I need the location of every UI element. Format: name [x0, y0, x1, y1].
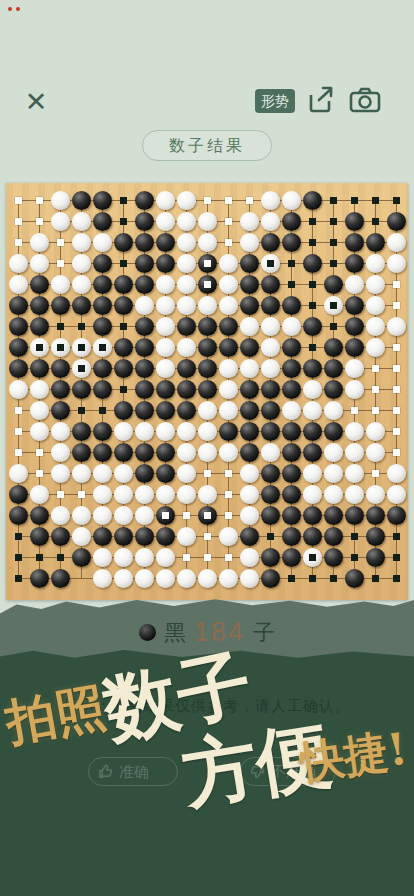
white-stone: [51, 464, 70, 483]
white-stone: [240, 506, 259, 525]
board-point: [239, 295, 260, 316]
board-point: [113, 337, 134, 358]
board-point: [29, 274, 50, 295]
white-stone: [177, 254, 196, 273]
board-point: [365, 547, 386, 568]
white-stone: [198, 296, 217, 315]
black-stone: [93, 380, 112, 399]
white-territory-marker: [372, 365, 379, 372]
board-point: [302, 547, 323, 568]
board-point: [323, 484, 344, 505]
feedback-accurate-label: 准确: [119, 763, 149, 780]
board-point: [8, 358, 29, 379]
white-stone: [240, 317, 259, 336]
board-point: [176, 526, 197, 547]
black-stone: [282, 548, 301, 567]
black-stone: [198, 359, 217, 378]
board-point: [176, 442, 197, 463]
white-stone: [156, 338, 175, 357]
board-point: [8, 316, 29, 337]
black-territory-marker: [267, 260, 274, 267]
board-point: [365, 295, 386, 316]
white-stone: [135, 569, 154, 588]
board-point: [29, 337, 50, 358]
board-point: [365, 505, 386, 526]
white-stone: [366, 422, 385, 441]
board-point: [281, 547, 302, 568]
white-stone: [177, 527, 196, 546]
white-stone: [198, 233, 217, 252]
board-point: [344, 463, 365, 484]
black-stone: [282, 506, 301, 525]
white-stone: [219, 254, 238, 273]
black-stone: [345, 506, 364, 525]
board-point: [386, 547, 407, 568]
black-stone: [240, 296, 259, 315]
white-stone: [366, 338, 385, 357]
black-stone: [324, 380, 343, 399]
board-point: [50, 442, 71, 463]
black-stone: [30, 275, 49, 294]
board-point: [113, 274, 134, 295]
black-stone: [114, 275, 133, 294]
board-point: [386, 379, 407, 400]
white-stone: [30, 233, 49, 252]
white-territory-marker: [162, 512, 169, 519]
black-stone: [51, 569, 70, 588]
board-point: [302, 421, 323, 442]
white-stone: [156, 296, 175, 315]
black-stone: [72, 422, 91, 441]
white-stone: [135, 548, 154, 567]
board-point: [365, 274, 386, 295]
board-point: [386, 463, 407, 484]
white-stone: [93, 569, 112, 588]
board-point: [218, 505, 239, 526]
black-territory-marker: [393, 197, 400, 204]
board-point: [92, 232, 113, 253]
board-point: [134, 442, 155, 463]
board-point: [29, 484, 50, 505]
white-territory-marker: [36, 218, 43, 225]
board-point: [176, 421, 197, 442]
board-point: [176, 190, 197, 211]
board-point: [197, 274, 218, 295]
black-territory-marker: [99, 344, 106, 351]
board-point: [29, 379, 50, 400]
black-stone: [219, 338, 238, 357]
board-point: [302, 568, 323, 589]
board-point: [155, 295, 176, 316]
white-stone: [387, 233, 406, 252]
recording-indicator-dots: [8, 7, 20, 11]
black-territory-marker: [267, 533, 274, 540]
board-point: [302, 190, 323, 211]
white-stone: [240, 548, 259, 567]
board-point: [323, 232, 344, 253]
white-stone: [198, 212, 217, 231]
black-stone: [345, 338, 364, 357]
black-stone: [93, 191, 112, 210]
black-stone: [282, 296, 301, 315]
white-stone: [177, 212, 196, 231]
white-stone: [198, 485, 217, 504]
white-territory-marker: [15, 239, 22, 246]
white-territory-marker: [393, 386, 400, 393]
board-point: [92, 379, 113, 400]
board-point: [29, 211, 50, 232]
board-point: [176, 463, 197, 484]
white-stone: [177, 464, 196, 483]
board-point: [92, 526, 113, 547]
board-point: [134, 295, 155, 316]
white-stone: [219, 443, 238, 462]
white-territory-marker: [204, 554, 211, 561]
board-point: [281, 316, 302, 337]
white-territory-marker: [36, 197, 43, 204]
board-point: [155, 232, 176, 253]
white-stone: [219, 569, 238, 588]
white-stone: [366, 254, 385, 273]
black-stone: [93, 317, 112, 336]
black-stone: [135, 401, 154, 420]
black-stone: [324, 359, 343, 378]
board-point: [344, 358, 365, 379]
board-point: [281, 400, 302, 421]
result-unit-label: 子: [253, 620, 275, 645]
board-point: [386, 400, 407, 421]
board-point: [239, 379, 260, 400]
board-point: [239, 526, 260, 547]
white-stone: [345, 464, 364, 483]
board-point: [8, 232, 29, 253]
board-point: [134, 463, 155, 484]
board-point: [113, 232, 134, 253]
white-territory-marker: [78, 491, 85, 498]
board-point: [8, 190, 29, 211]
white-stone: [177, 338, 196, 357]
white-stone: [324, 401, 343, 420]
black-stone: [282, 443, 301, 462]
board-point: [239, 232, 260, 253]
white-territory-marker: [225, 491, 232, 498]
board-point: [176, 547, 197, 568]
camera-icon[interactable]: [349, 85, 381, 117]
white-stone: [9, 380, 28, 399]
board-point: [8, 400, 29, 421]
black-stone: [261, 296, 280, 315]
black-stone: [72, 380, 91, 399]
white-stone: [51, 212, 70, 231]
board-point: [197, 190, 218, 211]
board-point: [239, 442, 260, 463]
black-stone: [261, 380, 280, 399]
board-point: [260, 316, 281, 337]
black-territory-marker: [330, 575, 337, 582]
count-result-tab[interactable]: 数子结果: [142, 130, 272, 161]
board-point: [323, 379, 344, 400]
board-point: [344, 400, 365, 421]
white-territory-marker: [225, 218, 232, 225]
white-stone: [156, 212, 175, 231]
black-stone: [156, 401, 175, 420]
white-stone: [156, 422, 175, 441]
board-point: [113, 358, 134, 379]
board-point: [386, 526, 407, 547]
black-stone-icon: [139, 624, 156, 641]
board-point: [134, 547, 155, 568]
black-stone: [261, 506, 280, 525]
black-territory-marker: [309, 218, 316, 225]
white-stone: [72, 233, 91, 252]
board-point: [50, 547, 71, 568]
board-point: [323, 400, 344, 421]
white-stone: [240, 485, 259, 504]
board-point: [197, 232, 218, 253]
board-point: [50, 379, 71, 400]
board-point: [92, 274, 113, 295]
white-stone: [30, 380, 49, 399]
white-stone: [72, 212, 91, 231]
board-point: [155, 358, 176, 379]
white-stone: [30, 254, 49, 273]
board-point: [344, 526, 365, 547]
black-stone: [345, 296, 364, 315]
board-point: [281, 253, 302, 274]
black-stone: [135, 254, 154, 273]
black-stone: [135, 191, 154, 210]
black-territory-marker: [393, 554, 400, 561]
board-point: [323, 421, 344, 442]
board-point: [197, 463, 218, 484]
white-stone: [177, 275, 196, 294]
white-territory-marker: [393, 302, 400, 309]
board-point: [197, 400, 218, 421]
white-stone: [156, 548, 175, 567]
white-stone: [345, 443, 364, 462]
black-stone: [303, 191, 322, 210]
black-stone: [240, 443, 259, 462]
board-point: [260, 253, 281, 274]
board-point: [302, 295, 323, 316]
board-point: [218, 526, 239, 547]
black-stone: [72, 296, 91, 315]
board-point: [260, 379, 281, 400]
board-point: [323, 211, 344, 232]
white-stone: [219, 380, 238, 399]
white-stone: [114, 422, 133, 441]
board-point: [155, 400, 176, 421]
white-territory-marker: [204, 197, 211, 204]
white-stone: [156, 275, 175, 294]
board-point: [92, 421, 113, 442]
white-territory-marker: [393, 428, 400, 435]
white-stone: [72, 275, 91, 294]
black-stone: [240, 254, 259, 273]
white-stone: [9, 254, 28, 273]
close-icon[interactable]: ✕: [20, 86, 52, 118]
white-stone: [387, 317, 406, 336]
board-point: [113, 442, 134, 463]
black-stone: [345, 317, 364, 336]
black-stone: [303, 527, 322, 546]
board-point: [323, 316, 344, 337]
board-point: [92, 211, 113, 232]
board-point: [134, 505, 155, 526]
black-stone: [324, 506, 343, 525]
board-point: [155, 505, 176, 526]
board-point: [239, 316, 260, 337]
white-stone: [261, 359, 280, 378]
shape-analysis-button[interactable]: 形势: [255, 89, 295, 113]
black-stone: [282, 485, 301, 504]
board-point: [281, 337, 302, 358]
board-point: [29, 295, 50, 316]
white-stone: [30, 485, 49, 504]
black-stone: [303, 317, 322, 336]
board-point: [92, 400, 113, 421]
white-territory-marker: [372, 407, 379, 414]
board-point: [71, 190, 92, 211]
board-point: [239, 463, 260, 484]
board-point: [92, 463, 113, 484]
board-point: [365, 337, 386, 358]
white-stone: [72, 506, 91, 525]
black-stone: [156, 443, 175, 462]
board-point: [8, 211, 29, 232]
board-point: [386, 505, 407, 526]
board-point: [260, 274, 281, 295]
black-stone: [51, 401, 70, 420]
black-stone: [387, 506, 406, 525]
white-stone: [177, 233, 196, 252]
white-stone: [93, 464, 112, 483]
board-point: [218, 442, 239, 463]
white-stone: [198, 569, 217, 588]
board-point: [8, 547, 29, 568]
board-point: [134, 253, 155, 274]
black-stone: [261, 548, 280, 567]
black-territory-marker: [78, 323, 85, 330]
white-territory-marker: [204, 470, 211, 477]
black-stone: [9, 485, 28, 504]
white-stone: [198, 422, 217, 441]
board-point: [50, 295, 71, 316]
board-point: [218, 316, 239, 337]
board-point: [365, 316, 386, 337]
white-stone: [135, 422, 154, 441]
board-point: [260, 211, 281, 232]
board-point: [218, 484, 239, 505]
board-point: [197, 379, 218, 400]
board-point: [281, 274, 302, 295]
black-stone: [261, 569, 280, 588]
board-point: [323, 337, 344, 358]
board-point: [218, 379, 239, 400]
board-point: [155, 421, 176, 442]
black-territory-marker: [372, 197, 379, 204]
white-territory-marker: [225, 197, 232, 204]
board-point: [176, 400, 197, 421]
black-stone: [324, 548, 343, 567]
white-stone: [366, 275, 385, 294]
board-point: [239, 190, 260, 211]
board-point: [113, 253, 134, 274]
board-point: [176, 295, 197, 316]
board-point: [50, 337, 71, 358]
black-stone: [324, 422, 343, 441]
board-point: [218, 421, 239, 442]
board-point: [260, 358, 281, 379]
black-stone: [30, 317, 49, 336]
board-point: [218, 547, 239, 568]
board-point: [197, 421, 218, 442]
black-stone: [177, 317, 196, 336]
white-territory-marker: [204, 512, 211, 519]
board-point: [365, 211, 386, 232]
white-stone: [177, 485, 196, 504]
white-stone: [114, 506, 133, 525]
white-territory-marker: [57, 239, 64, 246]
white-stone: [156, 485, 175, 504]
board-point: [134, 484, 155, 505]
board-point: [113, 421, 134, 442]
white-stone: [72, 527, 91, 546]
board-point: [365, 421, 386, 442]
board-point: [281, 442, 302, 463]
black-stone: [9, 317, 28, 336]
board-point: [344, 379, 365, 400]
white-stone: [240, 569, 259, 588]
board-point: [323, 547, 344, 568]
board-point: [29, 421, 50, 442]
board-point: [302, 463, 323, 484]
black-stone: [30, 527, 49, 546]
board-point: [8, 442, 29, 463]
board-point: [323, 295, 344, 316]
white-stone: [156, 359, 175, 378]
feedback-accurate-button[interactable]: 准确: [88, 757, 178, 786]
black-stone: [9, 338, 28, 357]
white-territory-marker: [183, 512, 190, 519]
board-point: [155, 316, 176, 337]
white-stone: [261, 338, 280, 357]
board-point: [197, 505, 218, 526]
white-stone: [240, 359, 259, 378]
black-territory-marker: [288, 281, 295, 288]
white-stone: [30, 401, 49, 420]
board-point: [344, 505, 365, 526]
board-point: [8, 421, 29, 442]
board-point: [134, 379, 155, 400]
board-point: [155, 379, 176, 400]
white-territory-marker: [15, 197, 22, 204]
black-stone: [240, 422, 259, 441]
black-stone: [51, 296, 70, 315]
share-icon[interactable]: [306, 85, 338, 117]
board-point: [197, 211, 218, 232]
black-territory-marker: [120, 323, 127, 330]
board-point: [113, 526, 134, 547]
white-stone: [51, 422, 70, 441]
board-point: [218, 463, 239, 484]
white-stone: [177, 569, 196, 588]
board-point: [281, 505, 302, 526]
board-point: [176, 568, 197, 589]
black-territory-marker: [36, 344, 43, 351]
board-point: [218, 400, 239, 421]
white-territory-marker: [36, 470, 43, 477]
